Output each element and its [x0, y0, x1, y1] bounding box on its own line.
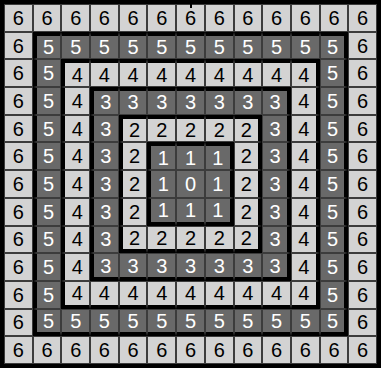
- cell-r0c12: 6: [348, 4, 377, 32]
- cell-r4c10: 4: [291, 115, 320, 143]
- cell-r2c2: 4: [61, 59, 90, 87]
- cell-r12c2: 6: [61, 336, 90, 364]
- cell-r8c2: 4: [61, 226, 90, 254]
- cell-r8c1: 5: [33, 226, 62, 254]
- cell-r9c2: 4: [61, 253, 90, 281]
- cell-r7c0: 6: [4, 198, 33, 226]
- cell-r5c11: 5: [320, 142, 349, 170]
- cell-r2c4: 4: [119, 59, 148, 87]
- cell-r10c5: 4: [147, 281, 176, 309]
- cell-r6c9: 3: [262, 170, 291, 198]
- cell-r6c11: 5: [320, 170, 349, 198]
- cell-r2c10: 4: [291, 59, 320, 87]
- cell-r2c7: 4: [205, 59, 234, 87]
- cell-r4c7: 2: [205, 115, 234, 143]
- cell-r4c0: 6: [4, 115, 33, 143]
- cell-r11c4: 5: [119, 309, 148, 337]
- cell-r0c5: 6: [147, 4, 176, 32]
- cell-r9c1: 5: [33, 253, 62, 281]
- cell-r12c3: 6: [90, 336, 119, 364]
- cell-r1c10: 5: [291, 32, 320, 60]
- cell-r1c11: 5: [320, 32, 349, 60]
- cell-r0c8: 6: [234, 4, 263, 32]
- cell-r4c1: 5: [33, 115, 62, 143]
- cell-r4c12: 6: [348, 115, 377, 143]
- cell-r4c3: 3: [90, 115, 119, 143]
- cell-r7c9: 3: [262, 198, 291, 226]
- cell-r12c1: 6: [33, 336, 62, 364]
- cell-r8c6: 2: [176, 226, 205, 254]
- cell-r1c0: 6: [4, 32, 33, 60]
- cell-r3c0: 6: [4, 87, 33, 115]
- cell-r1c3: 5: [90, 32, 119, 60]
- cell-r5c0: 6: [4, 142, 33, 170]
- cell-r9c4: 3: [119, 253, 148, 281]
- cell-r8c12: 6: [348, 226, 377, 254]
- cell-r6c10: 4: [291, 170, 320, 198]
- cell-r2c8: 4: [234, 59, 263, 87]
- cell-r9c3: 3: [90, 253, 119, 281]
- cell-r12c9: 6: [262, 336, 291, 364]
- cell-r11c3: 5: [90, 309, 119, 337]
- cell-r7c1: 5: [33, 198, 62, 226]
- cell-r6c12: 6: [348, 170, 377, 198]
- cell-r10c7: 4: [205, 281, 234, 309]
- cell-r6c0: 6: [4, 170, 33, 198]
- cell-r6c2: 4: [61, 170, 90, 198]
- cell-r1c9: 5: [262, 32, 291, 60]
- cell-r8c7: 2: [205, 226, 234, 254]
- cell-r12c8: 6: [234, 336, 263, 364]
- cell-r12c7: 6: [205, 336, 234, 364]
- cell-r7c6: 1: [176, 198, 205, 226]
- cell-r12c12: 6: [348, 336, 377, 364]
- cell-r5c7: 1: [205, 142, 234, 170]
- cell-r8c3: 3: [90, 226, 119, 254]
- cell-r8c8: 2: [234, 226, 263, 254]
- cell-r1c6: 5: [176, 32, 205, 60]
- cell-r6c4: 2: [119, 170, 148, 198]
- cell-r11c1: 5: [33, 309, 62, 337]
- cell-r6c6: 0: [176, 170, 205, 198]
- cell-r1c12: 6: [348, 32, 377, 60]
- cell-r12c11: 6: [320, 336, 349, 364]
- cell-r1c8: 5: [234, 32, 263, 60]
- cell-r6c7: 1: [205, 170, 234, 198]
- cell-r3c10: 4: [291, 87, 320, 115]
- cell-r11c5: 5: [147, 309, 176, 337]
- cell-r9c9: 3: [262, 253, 291, 281]
- cell-r1c5: 5: [147, 32, 176, 60]
- cell-r1c1: 5: [33, 32, 62, 60]
- cell-r6c5: 1: [147, 170, 176, 198]
- cell-r9c12: 6: [348, 253, 377, 281]
- cell-r11c8: 5: [234, 309, 263, 337]
- cell-r7c8: 2: [234, 198, 263, 226]
- cell-r8c10: 4: [291, 226, 320, 254]
- cell-r8c0: 6: [4, 226, 33, 254]
- cell-r10c10: 4: [291, 281, 320, 309]
- cell-r7c5: 1: [147, 198, 176, 226]
- cell-r7c2: 4: [61, 198, 90, 226]
- cell-r2c11: 5: [320, 59, 349, 87]
- cell-r10c6: 4: [176, 281, 205, 309]
- cell-r11c7: 5: [205, 309, 234, 337]
- cell-r3c12: 6: [348, 87, 377, 115]
- cell-r12c6: 6: [176, 336, 205, 364]
- cell-r10c12: 6: [348, 281, 377, 309]
- cell-r3c11: 5: [320, 87, 349, 115]
- cell-r4c5: 2: [147, 115, 176, 143]
- cell-r0c2: 6: [61, 4, 90, 32]
- cell-r2c12: 6: [348, 59, 377, 87]
- cell-r3c8: 3: [234, 87, 263, 115]
- cell-r2c3: 4: [90, 59, 119, 87]
- cell-r11c9: 5: [262, 309, 291, 337]
- top-center-tick: [190, 0, 192, 8]
- cell-r10c8: 4: [234, 281, 263, 309]
- cell-r9c11: 5: [320, 253, 349, 281]
- cell-r11c11: 5: [320, 309, 349, 337]
- cell-r5c1: 5: [33, 142, 62, 170]
- cell-r2c0: 6: [4, 59, 33, 87]
- cell-r5c4: 2: [119, 142, 148, 170]
- cell-r0c6: 6: [176, 4, 205, 32]
- cell-r2c9: 4: [262, 59, 291, 87]
- cell-r9c5: 3: [147, 253, 176, 281]
- cell-r3c2: 4: [61, 87, 90, 115]
- cell-r1c2: 5: [61, 32, 90, 60]
- cell-r4c2: 4: [61, 115, 90, 143]
- cell-r5c2: 4: [61, 142, 90, 170]
- cell-r1c4: 5: [119, 32, 148, 60]
- cell-r4c11: 5: [320, 115, 349, 143]
- cell-r3c1: 5: [33, 87, 62, 115]
- cell-r8c11: 5: [320, 226, 349, 254]
- cell-r4c9: 3: [262, 115, 291, 143]
- cell-r0c11: 6: [320, 4, 349, 32]
- cell-r12c0: 6: [4, 336, 33, 364]
- cell-r0c4: 6: [119, 4, 148, 32]
- cell-r3c9: 3: [262, 87, 291, 115]
- cell-r11c2: 5: [61, 309, 90, 337]
- cell-r11c6: 5: [176, 309, 205, 337]
- cell-r2c1: 5: [33, 59, 62, 87]
- cell-r4c8: 2: [234, 115, 263, 143]
- cell-r5c12: 6: [348, 142, 377, 170]
- cell-r9c6: 3: [176, 253, 205, 281]
- cell-r3c5: 3: [147, 87, 176, 115]
- cell-r10c11: 5: [320, 281, 349, 309]
- cell-r5c3: 3: [90, 142, 119, 170]
- cell-r8c5: 2: [147, 226, 176, 254]
- cell-r3c6: 3: [176, 87, 205, 115]
- cell-r5c10: 4: [291, 142, 320, 170]
- cell-r10c0: 6: [4, 281, 33, 309]
- cell-r12c4: 6: [119, 336, 148, 364]
- cell-r6c8: 2: [234, 170, 263, 198]
- cell-r3c3: 3: [90, 87, 119, 115]
- cell-r4c4: 2: [119, 115, 148, 143]
- cell-r5c8: 2: [234, 142, 263, 170]
- cell-r5c5: 1: [147, 142, 176, 170]
- cell-r4c6: 2: [176, 115, 205, 143]
- cell-r7c3: 3: [90, 198, 119, 226]
- cell-r12c10: 6: [291, 336, 320, 364]
- number-ring-board: 6666666666666655555555555665444444444566…: [0, 0, 381, 368]
- cell-r12c5: 6: [147, 336, 176, 364]
- cell-r6c1: 5: [33, 170, 62, 198]
- cell-r9c7: 3: [205, 253, 234, 281]
- cell-r11c12: 6: [348, 309, 377, 337]
- cell-r3c7: 3: [205, 87, 234, 115]
- cell-r0c7: 6: [205, 4, 234, 32]
- cell-r8c9: 3: [262, 226, 291, 254]
- cell-r8c4: 2: [119, 226, 148, 254]
- cell-r7c7: 1: [205, 198, 234, 226]
- cell-r2c5: 4: [147, 59, 176, 87]
- cell-r10c1: 5: [33, 281, 62, 309]
- cell-r9c8: 3: [234, 253, 263, 281]
- cell-r7c4: 2: [119, 198, 148, 226]
- cell-r5c6: 1: [176, 142, 205, 170]
- cell-r3c4: 3: [119, 87, 148, 115]
- cell-r0c10: 6: [291, 4, 320, 32]
- cell-r9c0: 6: [4, 253, 33, 281]
- cell-r10c9: 4: [262, 281, 291, 309]
- cell-r0c3: 6: [90, 4, 119, 32]
- cell-r7c11: 5: [320, 198, 349, 226]
- cell-r9c10: 4: [291, 253, 320, 281]
- cell-r1c7: 5: [205, 32, 234, 60]
- cell-r2c6: 4: [176, 59, 205, 87]
- cell-r0c1: 6: [33, 4, 62, 32]
- cell-r5c9: 3: [262, 142, 291, 170]
- cell-r10c2: 4: [61, 281, 90, 309]
- cell-r10c3: 4: [90, 281, 119, 309]
- cell-r7c10: 4: [291, 198, 320, 226]
- cell-r10c4: 4: [119, 281, 148, 309]
- cell-r6c3: 3: [90, 170, 119, 198]
- cell-r11c0: 6: [4, 309, 33, 337]
- cell-r11c10: 5: [291, 309, 320, 337]
- cell-r7c12: 6: [348, 198, 377, 226]
- cell-r0c0: 6: [4, 4, 33, 32]
- cell-r0c9: 6: [262, 4, 291, 32]
